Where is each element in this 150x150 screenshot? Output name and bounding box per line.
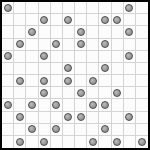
gray-stone[interactable] xyxy=(113,138,121,146)
cell-r8c5[interactable] xyxy=(63,99,75,111)
cell-r8c10[interactable] xyxy=(124,99,136,111)
gray-stone[interactable] xyxy=(40,52,48,60)
cell-r2c9[interactable] xyxy=(112,26,124,38)
cell-r4c2[interactable] xyxy=(26,51,38,63)
cell-r9c4[interactable] xyxy=(51,112,63,124)
cell-r3c11[interactable] xyxy=(136,39,148,51)
cell-r0c4[interactable] xyxy=(51,2,63,14)
cell-r9c3[interactable] xyxy=(39,112,51,124)
cell-r5c6[interactable] xyxy=(75,63,87,75)
cell-r9c11[interactable] xyxy=(136,112,148,124)
cell-r10c6[interactable] xyxy=(75,124,87,136)
gray-stone[interactable] xyxy=(125,52,133,60)
cell-r9c1[interactable] xyxy=(14,112,26,124)
cell-r5c0[interactable] xyxy=(2,63,14,75)
gray-stone[interactable] xyxy=(28,125,36,133)
gray-stone[interactable] xyxy=(52,125,60,133)
cell-r0c6[interactable] xyxy=(75,2,87,14)
gray-stone[interactable] xyxy=(125,28,133,36)
cell-r6c4[interactable] xyxy=(51,75,63,87)
cell-r10c4[interactable] xyxy=(51,124,63,136)
cell-r5c10[interactable] xyxy=(124,63,136,75)
cell-r11c10[interactable] xyxy=(124,136,136,148)
cell-r11c0[interactable] xyxy=(2,136,14,148)
cell-r2c8[interactable] xyxy=(99,26,111,38)
cell-r8c1[interactable] xyxy=(14,99,26,111)
cell-r5c3[interactable] xyxy=(39,63,51,75)
cell-r11c2[interactable] xyxy=(26,136,38,148)
gray-stone[interactable] xyxy=(52,101,60,109)
cell-r4c4[interactable] xyxy=(51,51,63,63)
cell-r0c3[interactable] xyxy=(39,2,51,14)
gray-stone[interactable] xyxy=(40,16,48,24)
cell-r3c3[interactable] xyxy=(39,39,51,51)
cell-r11c4[interactable] xyxy=(51,136,63,148)
cell-r5c7[interactable] xyxy=(87,63,99,75)
gray-stone[interactable] xyxy=(77,28,85,36)
cell-r7c10[interactable] xyxy=(124,87,136,99)
cell-r9c2[interactable] xyxy=(26,112,38,124)
cell-r1c9[interactable] xyxy=(112,14,124,26)
cell-r0c11[interactable] xyxy=(136,2,148,14)
cell-r0c7[interactable] xyxy=(87,2,99,14)
gray-stone[interactable] xyxy=(125,113,133,121)
cell-r8c2[interactable] xyxy=(26,99,38,111)
cell-r5c11[interactable] xyxy=(136,63,148,75)
gray-stone[interactable] xyxy=(89,138,97,146)
cell-r7c6[interactable] xyxy=(75,87,87,99)
cell-r1c1[interactable] xyxy=(14,14,26,26)
cell-r4c9[interactable] xyxy=(112,51,124,63)
gray-stone[interactable] xyxy=(64,113,72,121)
cell-r2c0[interactable] xyxy=(2,26,14,38)
gray-stone[interactable] xyxy=(16,138,24,146)
cell-r7c7[interactable] xyxy=(87,87,99,99)
cell-r9c6[interactable] xyxy=(75,112,87,124)
cell-r6c6[interactable] xyxy=(75,75,87,87)
gray-stone[interactable] xyxy=(101,40,109,48)
gray-stone[interactable] xyxy=(113,16,121,24)
cell-r10c5[interactable] xyxy=(63,124,75,136)
cell-r7c1[interactable] xyxy=(14,87,26,99)
gray-stone[interactable] xyxy=(113,89,121,97)
cell-r1c8[interactable] xyxy=(99,14,111,26)
cell-r10c9[interactable] xyxy=(112,124,124,136)
cell-r3c8[interactable] xyxy=(99,39,111,51)
cell-r9c5[interactable] xyxy=(63,112,75,124)
cell-r0c10[interactable] xyxy=(124,2,136,14)
cell-r4c1[interactable] xyxy=(14,51,26,63)
gray-stone[interactable] xyxy=(64,64,72,72)
cell-r2c3[interactable] xyxy=(39,26,51,38)
cell-r7c3[interactable] xyxy=(39,87,51,99)
cell-r11c5[interactable] xyxy=(63,136,75,148)
cell-r6c2[interactable] xyxy=(26,75,38,87)
cell-r7c5[interactable] xyxy=(63,87,75,99)
cell-r0c9[interactable] xyxy=(112,2,124,14)
cell-r3c0[interactable] xyxy=(2,39,14,51)
cell-r1c7[interactable] xyxy=(87,14,99,26)
cell-r4c0[interactable] xyxy=(2,51,14,63)
gray-stone[interactable] xyxy=(77,89,85,97)
cell-r4c11[interactable] xyxy=(136,51,148,63)
cell-r6c10[interactable] xyxy=(124,75,136,87)
cell-r11c8[interactable] xyxy=(99,136,111,148)
cell-r5c9[interactable] xyxy=(112,63,124,75)
gray-stone[interactable] xyxy=(89,101,97,109)
gray-stone[interactable] xyxy=(101,64,109,72)
cell-r2c6[interactable] xyxy=(75,26,87,38)
cell-r0c2[interactable] xyxy=(26,2,38,14)
cell-r10c3[interactable] xyxy=(39,124,51,136)
cell-r10c10[interactable] xyxy=(124,124,136,136)
gray-stone[interactable] xyxy=(89,77,97,85)
cell-r9c7[interactable] xyxy=(87,112,99,124)
cell-r5c8[interactable] xyxy=(99,63,111,75)
cell-r5c2[interactable] xyxy=(26,63,38,75)
cell-r2c2[interactable] xyxy=(26,26,38,38)
cell-r3c7[interactable] xyxy=(87,39,99,51)
cell-r1c11[interactable] xyxy=(136,14,148,26)
cell-r4c10[interactable] xyxy=(124,51,136,63)
cell-r2c1[interactable] xyxy=(14,26,26,38)
cell-r1c3[interactable] xyxy=(39,14,51,26)
cell-r9c8[interactable] xyxy=(99,112,111,124)
cell-r7c2[interactable] xyxy=(26,87,38,99)
cell-r6c1[interactable] xyxy=(14,75,26,87)
cell-r7c0[interactable] xyxy=(2,87,14,99)
cell-r8c9[interactable] xyxy=(112,99,124,111)
cell-r4c8[interactable] xyxy=(99,51,111,63)
gray-stone[interactable] xyxy=(101,16,109,24)
gray-stone[interactable] xyxy=(40,89,48,97)
cell-r2c7[interactable] xyxy=(87,26,99,38)
cell-r11c9[interactable] xyxy=(112,136,124,148)
cell-r6c8[interactable] xyxy=(99,75,111,87)
gray-stone[interactable] xyxy=(77,40,85,48)
cell-r8c11[interactable] xyxy=(136,99,148,111)
cell-r8c3[interactable] xyxy=(39,99,51,111)
cell-r10c2[interactable] xyxy=(26,124,38,136)
gray-stone[interactable] xyxy=(16,40,24,48)
cell-r1c4[interactable] xyxy=(51,14,63,26)
gray-stone[interactable] xyxy=(16,77,24,85)
cell-r10c7[interactable] xyxy=(87,124,99,136)
gray-stone[interactable] xyxy=(64,16,72,24)
gray-stone[interactable] xyxy=(101,101,109,109)
cell-r0c1[interactable] xyxy=(14,2,26,14)
gray-stone[interactable] xyxy=(40,77,48,85)
cell-r3c1[interactable] xyxy=(14,39,26,51)
gray-stone[interactable] xyxy=(52,40,60,48)
cell-r4c3[interactable] xyxy=(39,51,51,63)
cell-r6c9[interactable] xyxy=(112,75,124,87)
cell-r10c11[interactable] xyxy=(136,124,148,136)
cell-r7c8[interactable] xyxy=(99,87,111,99)
cell-r1c5[interactable] xyxy=(63,14,75,26)
cell-r6c3[interactable] xyxy=(39,75,51,87)
gray-stone[interactable] xyxy=(138,138,146,146)
cell-r0c8[interactable] xyxy=(99,2,111,14)
cell-r9c0[interactable] xyxy=(2,112,14,124)
gray-stone[interactable] xyxy=(28,101,36,109)
cell-r11c1[interactable] xyxy=(14,136,26,148)
cell-r2c10[interactable] xyxy=(124,26,136,38)
cell-r5c5[interactable] xyxy=(63,63,75,75)
cell-r1c2[interactable] xyxy=(26,14,38,26)
cell-r6c11[interactable] xyxy=(136,75,148,87)
cell-r4c6[interactable] xyxy=(75,51,87,63)
gray-stone[interactable] xyxy=(4,101,12,109)
gray-stone[interactable] xyxy=(4,52,12,60)
cell-r6c7[interactable] xyxy=(87,75,99,87)
cell-r8c4[interactable] xyxy=(51,99,63,111)
cell-r1c6[interactable] xyxy=(75,14,87,26)
gray-stone[interactable] xyxy=(4,4,12,12)
cell-r2c5[interactable] xyxy=(63,26,75,38)
cell-r10c0[interactable] xyxy=(2,124,14,136)
cell-r4c5[interactable] xyxy=(63,51,75,63)
cell-r0c0[interactable] xyxy=(2,2,14,14)
cell-r11c11[interactable] xyxy=(136,136,148,148)
cell-r3c6[interactable] xyxy=(75,39,87,51)
cell-r9c9[interactable] xyxy=(112,112,124,124)
cell-r8c8[interactable] xyxy=(99,99,111,111)
cell-r11c3[interactable] xyxy=(39,136,51,148)
cell-r2c4[interactable] xyxy=(51,26,63,38)
cell-r0c5[interactable] xyxy=(63,2,75,14)
gray-stone[interactable] xyxy=(101,125,109,133)
gray-stone[interactable] xyxy=(28,28,36,36)
cell-r1c10[interactable] xyxy=(124,14,136,26)
cell-r8c0[interactable] xyxy=(2,99,14,111)
gray-stone[interactable] xyxy=(16,113,24,121)
cell-r8c7[interactable] xyxy=(87,99,99,111)
cell-r1c0[interactable] xyxy=(2,14,14,26)
gray-stone[interactable] xyxy=(64,77,72,85)
cell-r5c1[interactable] xyxy=(14,63,26,75)
gray-stone[interactable] xyxy=(125,4,133,12)
cell-r5c4[interactable] xyxy=(51,63,63,75)
gray-stone[interactable] xyxy=(40,138,48,146)
cell-r4c7[interactable] xyxy=(87,51,99,63)
cell-r11c6[interactable] xyxy=(75,136,87,148)
cell-r7c9[interactable] xyxy=(112,87,124,99)
cell-r3c5[interactable] xyxy=(63,39,75,51)
cell-r8c6[interactable] xyxy=(75,99,87,111)
cell-r10c8[interactable] xyxy=(99,124,111,136)
cell-r3c9[interactable] xyxy=(112,39,124,51)
gray-stone[interactable] xyxy=(77,113,85,121)
cell-r7c4[interactable] xyxy=(51,87,63,99)
cell-r6c5[interactable] xyxy=(63,75,75,87)
cell-r3c4[interactable] xyxy=(51,39,63,51)
cell-r3c10[interactable] xyxy=(124,39,136,51)
puzzle-board xyxy=(0,0,150,150)
cell-r9c10[interactable] xyxy=(124,112,136,124)
cell-r3c2[interactable] xyxy=(26,39,38,51)
cell-r2c11[interactable] xyxy=(136,26,148,38)
cell-r6c0[interactable] xyxy=(2,75,14,87)
cell-r7c11[interactable] xyxy=(136,87,148,99)
cell-r11c7[interactable] xyxy=(87,136,99,148)
cell-r10c1[interactable] xyxy=(14,124,26,136)
